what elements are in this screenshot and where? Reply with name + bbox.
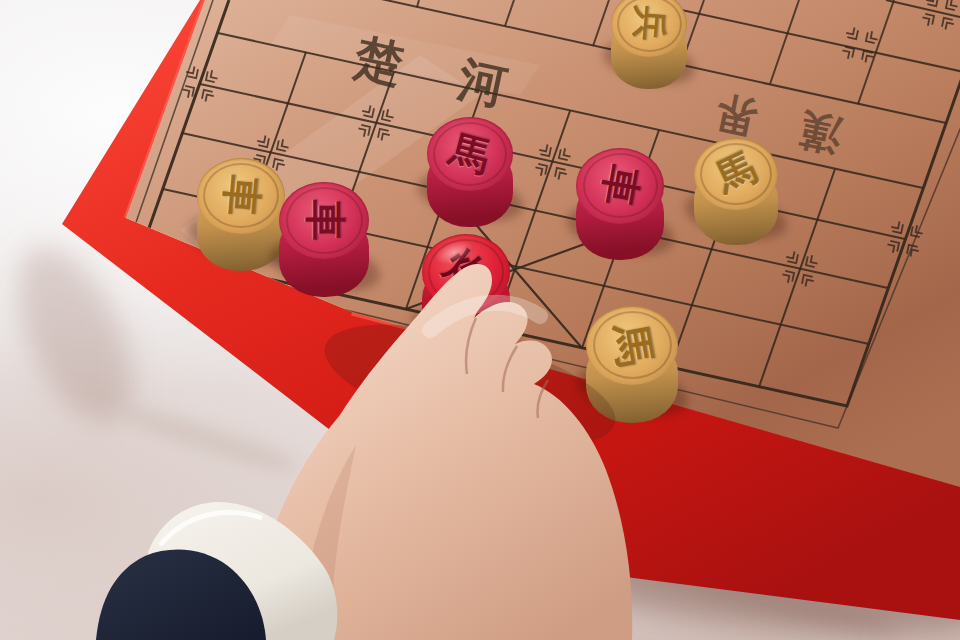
piece-character: 車 — [590, 161, 651, 210]
piece-top-face: 炮 — [422, 234, 510, 310]
piece-red-f7[interactable]: 車 — [576, 148, 664, 261]
piece-top-face: 車 — [279, 182, 369, 259]
piece-top-face: 車 — [576, 148, 664, 224]
piece-character: 兵 — [624, 4, 674, 43]
piece-top-face: 馬 — [694, 138, 778, 210]
piece-top-face: 馬 — [586, 306, 678, 385]
piece-character: 車 — [296, 200, 352, 241]
scene: 楚河 漢界 兵馬馬車車車炮馬 — [0, 0, 960, 640]
piece-character: 馬 — [708, 142, 765, 205]
piece-red-d7[interactable]: 馬 — [427, 117, 513, 227]
piece-top-face: 馬 — [427, 117, 513, 191]
piece-top-face: 車 — [197, 158, 285, 234]
piece-gold-g6[interactable]: 馬 — [694, 138, 778, 246]
piece-gold-f4[interactable]: 兵 — [611, 0, 687, 89]
piece-gold-g9[interactable]: 馬 — [586, 306, 678, 424]
piece-character: 炮 — [433, 238, 498, 306]
piece-character: 車 — [212, 173, 270, 218]
piece-red-c8[interactable]: 車 — [279, 182, 369, 297]
piece-red-e8-held[interactable]: 炮 — [422, 234, 510, 347]
piece-character: 馬 — [444, 123, 496, 185]
piece-character: 馬 — [600, 319, 664, 371]
